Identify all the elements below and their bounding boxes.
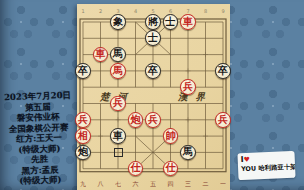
caption-line: (特级大师)	[1, 174, 79, 187]
file-label-bottom: 八	[98, 181, 104, 187]
piece-red-車: 車	[93, 47, 109, 63]
piece-red-兵: 兵	[215, 112, 231, 128]
file-label-bottom: 七	[115, 181, 121, 187]
piece-red-仕: 仕	[163, 161, 179, 177]
piece-black-卒: 卒	[215, 63, 231, 79]
piece-black-士: 士	[163, 14, 179, 30]
piece-black-卒: 卒	[75, 63, 91, 79]
piece-grid: 象將士車士車馬卒馬卒卒兵兵兵炮兵兵相車帥炮馬仕仕	[74, 14, 232, 177]
last-move-marker	[114, 148, 123, 157]
piece-black-象: 象	[110, 14, 126, 30]
piece-black-士: 士	[145, 30, 161, 46]
piece-black-將: 將	[145, 14, 161, 30]
piece-black-馬: 馬	[180, 145, 196, 161]
watermark-badge: I♥ YOU 哈利路亚十架	[237, 151, 295, 180]
file-label-top: 9	[221, 9, 224, 14]
event-caption: 2023年7月20日第五届磐安伟业杯全国象棋公开赛红方:王天一(特级大师)先胜黑…	[0, 90, 80, 188]
heart-icon: ♥	[244, 156, 251, 164]
file-label-top: 1	[81, 9, 84, 14]
file-label-bottom: 一	[220, 181, 226, 187]
watermark-line2: YOU 哈利路亚十架	[241, 163, 292, 174]
piece-red-相: 相	[75, 128, 91, 144]
file-label-top: 2	[99, 9, 102, 14]
file-label-top: 4	[134, 9, 137, 14]
file-label-bottom: 六	[133, 181, 139, 187]
piece-black-車: 車	[110, 128, 126, 144]
piece-red-兵: 兵	[180, 79, 196, 95]
video-frame: 2023年7月20日第五届磐安伟业杯全国象棋公开赛红方:王天一(特级大师)先胜黑…	[0, 0, 304, 190]
piece-red-兵: 兵	[110, 96, 126, 112]
piece-red-兵: 兵	[75, 112, 91, 128]
file-label-bottom: 二	[203, 181, 209, 187]
piece-black-馬: 馬	[110, 47, 126, 63]
piece-black-炮: 炮	[75, 145, 91, 161]
piece-red-炮: 炮	[128, 112, 144, 128]
file-label-bottom: 三	[185, 181, 191, 187]
file-label-bottom: 九	[80, 181, 86, 187]
file-label-top: 8	[204, 9, 207, 14]
piece-red-馬: 馬	[110, 63, 126, 79]
xiangqi-board: 楚河 漢界 象將士車士車馬卒馬卒卒兵兵兵炮兵兵相車帥炮馬仕仕 123456789…	[77, 4, 230, 190]
file-label-bottom: 五	[150, 181, 156, 187]
piece-red-帥: 帥	[163, 128, 179, 144]
piece-red-車: 車	[180, 14, 196, 30]
piece-black-卒: 卒	[145, 63, 161, 79]
piece-red-兵: 兵	[145, 112, 161, 128]
piece-red-仕: 仕	[128, 161, 144, 177]
file-label-bottom: 四	[168, 181, 174, 187]
